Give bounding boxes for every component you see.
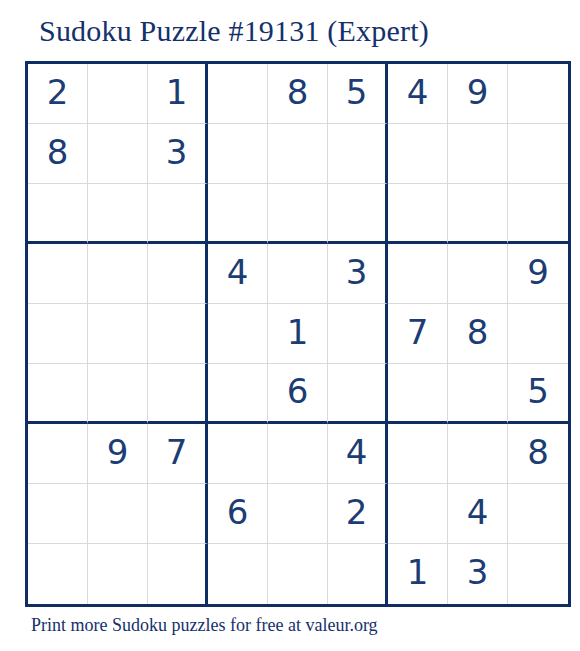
cell-r6c9: 5 bbox=[508, 364, 568, 424]
cell-r5c6 bbox=[328, 304, 388, 364]
cell-r2c7 bbox=[388, 124, 448, 184]
cell-r6c7 bbox=[388, 364, 448, 424]
cell-r6c5: 6 bbox=[268, 364, 328, 424]
cell-r2c8 bbox=[448, 124, 508, 184]
cell-r4c3 bbox=[148, 244, 208, 304]
cell-r2c4 bbox=[208, 124, 268, 184]
cell-r3c8 bbox=[448, 184, 508, 244]
sudoku-board: 2185498343917865974862413 bbox=[25, 61, 571, 607]
cell-r7c1 bbox=[28, 424, 88, 484]
cell-r5c4 bbox=[208, 304, 268, 364]
cell-r7c6: 4 bbox=[328, 424, 388, 484]
cell-r3c7 bbox=[388, 184, 448, 244]
cell-r4c5 bbox=[268, 244, 328, 304]
cell-r9c6 bbox=[328, 544, 388, 604]
cell-r2c1: 8 bbox=[28, 124, 88, 184]
cell-r1c1: 2 bbox=[28, 64, 88, 124]
footer-text: Print more Sudoku puzzles for free at va… bbox=[31, 615, 378, 636]
cell-r4c7 bbox=[388, 244, 448, 304]
cell-r8c8: 4 bbox=[448, 484, 508, 544]
cell-r2c5 bbox=[268, 124, 328, 184]
cell-r6c6 bbox=[328, 364, 388, 424]
cell-r4c1 bbox=[28, 244, 88, 304]
cell-r9c8: 3 bbox=[448, 544, 508, 604]
cell-r9c1 bbox=[28, 544, 88, 604]
cell-r1c2 bbox=[88, 64, 148, 124]
cell-r2c9 bbox=[508, 124, 568, 184]
cell-r1c8: 9 bbox=[448, 64, 508, 124]
cell-r7c7 bbox=[388, 424, 448, 484]
cell-r5c1 bbox=[28, 304, 88, 364]
cell-r3c4 bbox=[208, 184, 268, 244]
cell-r1c7: 4 bbox=[388, 64, 448, 124]
cell-r4c8 bbox=[448, 244, 508, 304]
cell-r3c1 bbox=[28, 184, 88, 244]
cell-r1c5: 8 bbox=[268, 64, 328, 124]
cell-r1c4 bbox=[208, 64, 268, 124]
cell-r1c9 bbox=[508, 64, 568, 124]
cell-r1c6: 5 bbox=[328, 64, 388, 124]
cell-r8c6: 2 bbox=[328, 484, 388, 544]
page-title: Sudoku Puzzle #19131 (Expert) bbox=[39, 14, 429, 48]
cell-r4c4: 4 bbox=[208, 244, 268, 304]
cell-r4c6: 3 bbox=[328, 244, 388, 304]
cell-r9c5 bbox=[268, 544, 328, 604]
cell-r7c4 bbox=[208, 424, 268, 484]
cell-r6c4 bbox=[208, 364, 268, 424]
cell-r3c5 bbox=[268, 184, 328, 244]
cell-r4c2 bbox=[88, 244, 148, 304]
cell-r8c5 bbox=[268, 484, 328, 544]
cell-r9c3 bbox=[148, 544, 208, 604]
cell-r8c4: 6 bbox=[208, 484, 268, 544]
cell-r9c2 bbox=[88, 544, 148, 604]
cell-r6c3 bbox=[148, 364, 208, 424]
cell-r2c3: 3 bbox=[148, 124, 208, 184]
cell-r2c6 bbox=[328, 124, 388, 184]
cell-r8c9 bbox=[508, 484, 568, 544]
cell-r7c2: 9 bbox=[88, 424, 148, 484]
cell-r3c3 bbox=[148, 184, 208, 244]
cell-r3c9 bbox=[508, 184, 568, 244]
cell-r7c8 bbox=[448, 424, 508, 484]
cell-r6c1 bbox=[28, 364, 88, 424]
cell-r7c3: 7 bbox=[148, 424, 208, 484]
cell-r5c2 bbox=[88, 304, 148, 364]
cell-r5c9 bbox=[508, 304, 568, 364]
sudoku-page: Sudoku Puzzle #19131 (Expert) 2185498343… bbox=[0, 0, 580, 651]
cell-r3c2 bbox=[88, 184, 148, 244]
cell-r5c7: 7 bbox=[388, 304, 448, 364]
cell-r8c3 bbox=[148, 484, 208, 544]
cell-r9c7: 1 bbox=[388, 544, 448, 604]
cell-r7c5 bbox=[268, 424, 328, 484]
cell-r8c7 bbox=[388, 484, 448, 544]
cell-r3c6 bbox=[328, 184, 388, 244]
cell-r9c9 bbox=[508, 544, 568, 604]
cell-r8c1 bbox=[28, 484, 88, 544]
cell-r9c4 bbox=[208, 544, 268, 604]
cell-r8c2 bbox=[88, 484, 148, 544]
cell-r7c9: 8 bbox=[508, 424, 568, 484]
cell-r5c3 bbox=[148, 304, 208, 364]
cell-r1c3: 1 bbox=[148, 64, 208, 124]
cell-r5c5: 1 bbox=[268, 304, 328, 364]
cell-r5c8: 8 bbox=[448, 304, 508, 364]
cell-r4c9: 9 bbox=[508, 244, 568, 304]
cell-r2c2 bbox=[88, 124, 148, 184]
cell-r6c2 bbox=[88, 364, 148, 424]
cell-r6c8 bbox=[448, 364, 508, 424]
